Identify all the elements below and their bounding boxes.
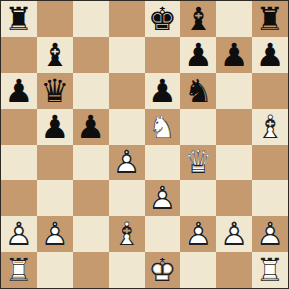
square-b4[interactable] [37,145,73,181]
square-g6[interactable] [216,73,252,109]
square-c2[interactable] [73,216,109,252]
square-d1[interactable] [109,252,145,288]
square-f4[interactable]: ♛♕ [180,145,216,181]
piece-black-pawn[interactable]: ♟ [37,109,73,145]
white-rook-outline-glyph: ♖ [256,254,285,286]
white-queen-outline-glyph: ♕ [184,146,213,178]
white-bishop-outline-glyph: ♗ [112,218,141,250]
black-pawn-glyph: ♟ [148,75,177,107]
square-c6[interactable] [73,73,109,109]
black-pawn-glyph: ♟ [184,39,213,71]
piece-black-pawn[interactable]: ♟ [145,73,181,109]
black-queen-glyph: ♛ [40,75,69,107]
piece-white-queen[interactable]: ♛♕ [180,145,216,181]
piece-white-pawn[interactable]: ♟♙ [252,216,288,252]
piece-black-knight[interactable]: ♞ [180,73,216,109]
square-c8[interactable] [73,1,109,37]
square-g8[interactable] [216,1,252,37]
square-e4[interactable] [145,145,181,181]
square-b5[interactable]: ♟ [37,109,73,145]
square-a8[interactable]: ♜ [1,1,37,37]
square-f8[interactable]: ♝ [180,1,216,37]
square-d5[interactable] [109,109,145,145]
white-rook-outline-glyph: ♖ [5,254,34,286]
square-g2[interactable]: ♟♙ [216,216,252,252]
piece-black-king[interactable]: ♚ [145,1,181,37]
square-b6[interactable]: ♛ [37,73,73,109]
square-b3[interactable] [37,180,73,216]
square-c5[interactable]: ♟ [73,109,109,145]
square-a1[interactable]: ♜♖ [1,252,37,288]
black-pawn-glyph: ♟ [40,111,69,143]
square-h1[interactable]: ♜♖ [252,252,288,288]
chess-board: ♜♚♝♜♝♟♟♟♟♛♟♞♟♟♞♘♝♗♟♙♛♕♟♙♟♙♟♙♝♗♟♙♟♙♟♙♜♖♚♔… [0,0,289,289]
square-c7[interactable] [73,37,109,73]
square-g4[interactable] [216,145,252,181]
piece-white-pawn[interactable]: ♟♙ [216,216,252,252]
white-king-outline-glyph: ♔ [148,254,177,286]
square-d8[interactable] [109,1,145,37]
square-a4[interactable] [1,145,37,181]
square-f1[interactable] [180,252,216,288]
square-b1[interactable] [37,252,73,288]
piece-white-knight[interactable]: ♞♘ [145,109,181,145]
piece-white-pawn[interactable]: ♟♙ [109,145,145,181]
square-c1[interactable] [73,252,109,288]
square-f6[interactable]: ♞ [180,73,216,109]
square-h8[interactable]: ♜ [252,1,288,37]
piece-black-rook[interactable]: ♜ [252,1,288,37]
piece-black-pawn[interactable]: ♟ [180,37,216,73]
square-a6[interactable]: ♟ [1,73,37,109]
square-a7[interactable] [1,37,37,73]
square-f2[interactable]: ♟♙ [180,216,216,252]
square-d3[interactable] [109,180,145,216]
square-g5[interactable] [216,109,252,145]
black-knight-glyph: ♞ [184,75,213,107]
piece-black-pawn[interactable]: ♟ [1,73,37,109]
black-king-glyph: ♚ [148,3,177,35]
piece-black-pawn[interactable]: ♟ [216,37,252,73]
black-rook-glyph: ♜ [5,3,34,35]
square-e2[interactable] [145,216,181,252]
white-pawn-outline-glyph: ♙ [5,218,34,250]
white-pawn-outline-glyph: ♙ [112,146,141,178]
piece-white-rook[interactable]: ♜♖ [1,252,37,288]
white-knight-outline-glyph: ♘ [148,111,177,143]
piece-black-bishop[interactable]: ♝ [37,37,73,73]
piece-black-pawn[interactable]: ♟ [252,37,288,73]
square-e8[interactable]: ♚ [145,1,181,37]
square-f5[interactable] [180,109,216,145]
square-e6[interactable]: ♟ [145,73,181,109]
white-pawn-outline-glyph: ♙ [220,218,249,250]
piece-white-bishop[interactable]: ♝♗ [252,109,288,145]
piece-white-pawn[interactable]: ♟♙ [180,216,216,252]
square-g7[interactable]: ♟ [216,37,252,73]
piece-black-bishop[interactable]: ♝ [180,1,216,37]
black-bishop-glyph: ♝ [184,3,213,35]
square-c3[interactable] [73,180,109,216]
white-pawn-outline-glyph: ♙ [40,218,69,250]
square-a2[interactable]: ♟♙ [1,216,37,252]
square-h6[interactable] [252,73,288,109]
black-bishop-glyph: ♝ [40,39,69,71]
square-f3[interactable] [180,180,216,216]
piece-white-pawn[interactable]: ♟♙ [145,180,181,216]
square-e7[interactable] [145,37,181,73]
square-d2[interactable]: ♝♗ [109,216,145,252]
square-e5[interactable]: ♞♘ [145,109,181,145]
black-pawn-glyph: ♟ [76,111,105,143]
piece-white-bishop[interactable]: ♝♗ [109,216,145,252]
square-b2[interactable]: ♟♙ [37,216,73,252]
black-pawn-glyph: ♟ [220,39,249,71]
square-b8[interactable] [37,1,73,37]
square-a5[interactable] [1,109,37,145]
black-pawn-glyph: ♟ [5,75,34,107]
square-c4[interactable] [73,145,109,181]
piece-black-pawn[interactable]: ♟ [73,109,109,145]
piece-white-king[interactable]: ♚♔ [145,252,181,288]
square-h3[interactable] [252,180,288,216]
square-f7[interactable]: ♟ [180,37,216,73]
piece-white-pawn[interactable]: ♟♙ [37,216,73,252]
white-bishop-outline-glyph: ♗ [256,111,285,143]
square-e3[interactable]: ♟♙ [145,180,181,216]
white-pawn-outline-glyph: ♙ [256,218,285,250]
square-a3[interactable] [1,180,37,216]
square-d7[interactable] [109,37,145,73]
square-g1[interactable] [216,252,252,288]
white-pawn-outline-glyph: ♙ [184,218,213,250]
square-e1[interactable]: ♚♔ [145,252,181,288]
piece-white-pawn[interactable]: ♟♙ [1,216,37,252]
square-h5[interactable]: ♝♗ [252,109,288,145]
black-rook-glyph: ♜ [256,3,285,35]
square-b7[interactable]: ♝ [37,37,73,73]
white-pawn-outline-glyph: ♙ [148,182,177,214]
piece-black-queen[interactable]: ♛ [37,73,73,109]
square-h4[interactable] [252,145,288,181]
black-pawn-glyph: ♟ [256,39,285,71]
square-h7[interactable]: ♟ [252,37,288,73]
piece-white-rook[interactable]: ♜♖ [252,252,288,288]
piece-black-rook[interactable]: ♜ [1,1,37,37]
square-h2[interactable]: ♟♙ [252,216,288,252]
square-d4[interactable]: ♟♙ [109,145,145,181]
square-d6[interactable] [109,73,145,109]
square-g3[interactable] [216,180,252,216]
